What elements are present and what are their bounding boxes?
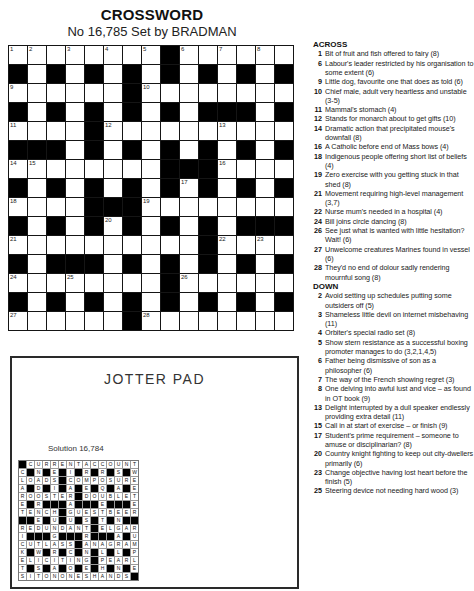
solution-letter-cell: R — [35, 501, 42, 508]
grid-cell[interactable] — [180, 312, 198, 330]
grid-cell[interactable] — [275, 198, 293, 216]
block-cell — [275, 217, 293, 235]
clue: 7The way of the French showing regret (3… — [311, 375, 474, 384]
solution-letter-cell: I — [51, 485, 58, 492]
grid-cell[interactable] — [66, 103, 84, 121]
grid-cell[interactable] — [275, 84, 293, 102]
block-cell — [66, 255, 84, 273]
grid-cell[interactable]: 28 — [142, 312, 160, 330]
block-cell — [9, 65, 27, 83]
solution-letter-cell: O — [27, 477, 34, 484]
solution-letter-cell: S — [59, 541, 66, 548]
grid-cell[interactable] — [47, 46, 65, 64]
block-cell — [9, 255, 27, 273]
grid-cell[interactable]: 26 — [180, 274, 198, 292]
grid-cell[interactable] — [256, 103, 274, 121]
grid-cell[interactable]: 10 — [142, 84, 160, 102]
grid-cell[interactable] — [66, 312, 84, 330]
grid-cell[interactable] — [199, 122, 217, 140]
solution-block-cell — [99, 533, 106, 540]
grid-cell[interactable] — [66, 141, 84, 159]
clue-text: The way of the French showing regret (3) — [325, 375, 474, 384]
grid-cell[interactable] — [28, 236, 46, 254]
block-cell — [47, 255, 65, 273]
grid-cell[interactable]: 15 — [28, 160, 46, 178]
block-cell — [275, 141, 293, 159]
grid-cell[interactable]: 17 — [180, 179, 198, 197]
grid-cell[interactable] — [104, 255, 122, 273]
grid-cell[interactable] — [180, 65, 198, 83]
solution-block-cell — [59, 565, 66, 572]
grid-cell[interactable]: 24 — [9, 274, 27, 292]
solution-letter-cell: O — [99, 477, 106, 484]
solution-block-cell — [59, 509, 66, 516]
solution-block-cell — [75, 565, 82, 572]
solution-letter-cell: A — [123, 525, 130, 532]
solution-letter-cell: N — [51, 525, 58, 532]
jotter-pad-box: JOTTER PAD Solution 16,784 CURRENTACCOUN… — [10, 356, 299, 589]
clue-number: 4 — [311, 328, 325, 337]
grid-cell[interactable] — [142, 103, 160, 121]
solution-block-cell — [19, 461, 26, 468]
solution-letter-cell: E — [83, 565, 90, 572]
block-cell — [9, 141, 27, 159]
grid-cell[interactable] — [47, 236, 65, 254]
clue-text: Zero exercise with you getting stuck in … — [325, 170, 474, 189]
clue-number: 22 — [219, 236, 226, 243]
solution-letter-cell: H — [91, 573, 98, 580]
solution-letter-cell: R — [51, 461, 58, 468]
block-cell — [161, 160, 179, 178]
grid-cell[interactable]: 2 — [28, 46, 46, 64]
grid-cell[interactable]: 14 — [9, 160, 27, 178]
grid-cell[interactable] — [142, 179, 160, 197]
clue-text: They'd no end of dolour sadly rendering … — [325, 263, 474, 282]
solution-letter-cell: U — [75, 509, 82, 516]
solution-block-cell — [27, 549, 34, 556]
grid-cell[interactable] — [47, 198, 65, 216]
solution-letter-cell: E — [83, 509, 90, 516]
grid-cell[interactable]: 20 — [104, 217, 122, 235]
solution-letter-cell: E — [131, 501, 138, 508]
solution-block-cell — [75, 493, 82, 500]
block-cell — [123, 84, 141, 102]
block-cell — [47, 65, 65, 83]
grid-cell[interactable] — [161, 236, 179, 254]
grid-cell[interactable] — [85, 46, 103, 64]
grid-cell[interactable] — [66, 65, 84, 83]
block-cell — [123, 141, 141, 159]
solution-letter-cell: T — [59, 557, 66, 564]
solution-letter-cell: O — [35, 493, 42, 500]
grid-cell[interactable] — [218, 293, 236, 311]
solution-letter-cell: A — [51, 565, 58, 572]
solution-letter-cell: R — [83, 469, 90, 476]
grid-cell[interactable] — [256, 84, 274, 102]
grid-cell[interactable] — [180, 103, 198, 121]
grid-cell[interactable]: 4 — [104, 46, 122, 64]
solution-block-cell — [59, 517, 66, 524]
solution-block-cell — [75, 541, 82, 548]
grid-cell[interactable] — [180, 84, 198, 102]
solution-letter-cell: W — [131, 469, 138, 476]
solution-letter-cell: T — [99, 517, 106, 524]
solution-letter-cell: E — [59, 461, 66, 468]
grid-cell[interactable] — [123, 160, 141, 178]
grid-cell[interactable] — [180, 293, 198, 311]
grid-cell[interactable]: 6 — [180, 46, 198, 64]
grid-cell[interactable] — [85, 312, 103, 330]
grid-cell[interactable]: 23 — [256, 236, 274, 254]
grid-cell[interactable] — [256, 160, 274, 178]
grid-cell[interactable] — [123, 122, 141, 140]
solution-letter-cell: R — [51, 549, 58, 556]
grid-cell[interactable] — [28, 84, 46, 102]
solution-letter-cell: D — [83, 493, 90, 500]
clue-text: Shameless little devil on internet misbe… — [325, 310, 474, 329]
block-cell — [237, 293, 255, 311]
grid-cell[interactable] — [104, 293, 122, 311]
grid-cell[interactable] — [28, 293, 46, 311]
grid-cell[interactable] — [66, 84, 84, 102]
grid-cell[interactable] — [104, 312, 122, 330]
grid-cell[interactable] — [218, 84, 236, 102]
grid-cell[interactable] — [256, 122, 274, 140]
block-cell — [161, 217, 179, 235]
grid-cell[interactable] — [142, 160, 160, 178]
grid-cell[interactable] — [275, 274, 293, 292]
clue: 4Orbiter's special radio set (8) — [311, 328, 474, 337]
clue: 6Father being dismissive of son as a phi… — [311, 356, 474, 375]
clue-text: Call in at start of exercise – or finish… — [325, 421, 474, 430]
block-cell — [123, 255, 141, 273]
grid-cell[interactable] — [180, 255, 198, 273]
grid-cell[interactable] — [218, 198, 236, 216]
solution-block-cell — [123, 565, 130, 572]
solution-block-cell — [107, 501, 114, 508]
grid-cell[interactable] — [142, 236, 160, 254]
grid-cell[interactable] — [256, 179, 274, 197]
grid-cell[interactable]: 25 — [66, 274, 84, 292]
grid-cell[interactable] — [47, 122, 65, 140]
grid-cell[interactable] — [180, 198, 198, 216]
grid-cell[interactable] — [66, 293, 84, 311]
solution-block-cell — [75, 485, 82, 492]
grid-cell[interactable] — [275, 160, 293, 178]
grid-cell[interactable] — [161, 198, 179, 216]
grid-cell[interactable] — [218, 274, 236, 292]
solution-block-cell — [43, 469, 50, 476]
grid-cell[interactable] — [256, 274, 274, 292]
grid-cell[interactable] — [256, 255, 274, 273]
grid-cell[interactable] — [237, 84, 255, 102]
clue-number: 19 — [143, 198, 150, 205]
grid-cell[interactable] — [237, 236, 255, 254]
grid-cell[interactable] — [28, 122, 46, 140]
grid-cell[interactable] — [218, 312, 236, 330]
grid-cell[interactable]: 21 — [9, 236, 27, 254]
solution-letter-cell: R — [115, 541, 122, 548]
grid-cell[interactable] — [161, 312, 179, 330]
clue-number: 13 — [219, 122, 226, 129]
solution-block-cell — [75, 501, 82, 508]
solution-letter-cell: U — [35, 461, 42, 468]
solution-block-cell — [43, 533, 50, 540]
solution-block-cell — [115, 501, 122, 508]
solution-letter-cell: R — [43, 461, 50, 468]
grid-cell[interactable] — [256, 312, 274, 330]
solution-letter-cell: U — [115, 477, 122, 484]
grid-cell[interactable]: 3 — [66, 46, 84, 64]
grid-cell[interactable] — [199, 198, 217, 216]
grid-cell[interactable] — [85, 84, 103, 102]
grid-cell[interactable] — [218, 141, 236, 159]
grid-cell[interactable] — [47, 84, 65, 102]
grid-cell[interactable]: 16 — [218, 160, 236, 178]
grid-cell[interactable] — [199, 46, 217, 64]
block-cell — [85, 141, 103, 159]
puzzle-number-setter: No 16,785 Set by BRADMAN — [0, 24, 304, 39]
block-cell — [237, 141, 255, 159]
clue-number: 25 — [311, 486, 325, 495]
solution-letter-cell: T — [19, 509, 26, 516]
clue-number: 11 — [10, 122, 16, 129]
grid-cell[interactable] — [104, 160, 122, 178]
solution-letter-cell: I — [19, 533, 26, 540]
grid-cell[interactable] — [28, 312, 46, 330]
grid-cell[interactable] — [180, 217, 198, 235]
solution-letter-cell: N — [107, 573, 114, 580]
grid-cell[interactable] — [180, 236, 198, 254]
grid-cell[interactable] — [142, 255, 160, 273]
block-cell — [180, 160, 198, 178]
clue-text: Orbiter's special radio set (8) — [325, 328, 474, 337]
grid-cell[interactable] — [85, 236, 103, 254]
solution-letter-cell: A — [35, 477, 42, 484]
block-cell — [161, 293, 179, 311]
clue-text: Stands for monarch about to get gifts (1… — [325, 114, 474, 123]
grid-cell[interactable] — [180, 141, 198, 159]
grid-cell[interactable] — [161, 84, 179, 102]
grid-cell[interactable]: 8 — [256, 46, 274, 64]
grid-cell[interactable] — [256, 293, 274, 311]
solution-letter-cell: O — [43, 573, 50, 580]
grid-cell[interactable] — [104, 103, 122, 121]
solution-letter-cell: L — [115, 493, 122, 500]
clue-number: 3 — [311, 310, 325, 329]
grid-cell[interactable] — [142, 217, 160, 235]
grid-cell[interactable] — [237, 160, 255, 178]
clue: 21Movement requiring high-level manageme… — [311, 189, 474, 208]
grid-cell[interactable] — [66, 217, 84, 235]
clue-text: Student's prime requirement – someone to… — [325, 431, 474, 450]
grid-cell[interactable]: 27 — [9, 312, 27, 330]
grid-cell[interactable] — [142, 65, 160, 83]
grid-cell[interactable] — [161, 122, 179, 140]
solution-letter-cell: S — [67, 541, 74, 548]
grid-cell[interactable] — [237, 274, 255, 292]
grid-cell[interactable] — [237, 46, 255, 64]
grid-cell[interactable] — [66, 160, 84, 178]
clue: 27Unwelcome creatures Marines found in v… — [311, 245, 474, 264]
grid-cell[interactable] — [28, 274, 46, 292]
clue-number: 27 — [10, 312, 17, 319]
solution-letter-cell: U — [51, 517, 58, 524]
grid-cell[interactable]: 5 — [142, 46, 160, 64]
solution-letter-cell: T — [83, 525, 90, 532]
grid-cell[interactable] — [275, 46, 293, 64]
solution-letter-cell: T — [131, 493, 138, 500]
solution-letter-cell: A — [115, 533, 122, 540]
grid-cell[interactable] — [66, 122, 84, 140]
solution-letter-cell: N — [67, 573, 74, 580]
grid-cell[interactable] — [47, 274, 65, 292]
solution-letter-cell: L — [27, 557, 34, 564]
solution-letter-cell: S — [43, 493, 50, 500]
clue-number: 4 — [105, 46, 108, 53]
clue-number: 1 — [311, 49, 325, 58]
clue-text: Change objective having lost heart befor… — [325, 468, 474, 487]
grid-cell[interactable] — [199, 274, 217, 292]
solution-letter-cell: A — [19, 485, 26, 492]
grid-cell[interactable] — [199, 84, 217, 102]
solution-letter-cell: P — [99, 557, 106, 564]
solution-letter-cell: O — [75, 477, 82, 484]
block-cell — [123, 312, 141, 330]
solution-block-cell — [91, 533, 98, 540]
block-cell — [199, 65, 217, 83]
clue-number: 12 — [105, 122, 112, 129]
clue-text: Delight interrupted by a dull speaker en… — [325, 403, 474, 422]
grid-cell[interactable] — [142, 293, 160, 311]
grid-cell[interactable] — [85, 274, 103, 292]
clue-text: See just what is wanted with little hesi… — [325, 226, 474, 245]
solution-letter-cell: S — [35, 565, 42, 572]
grid-cell[interactable]: 7 — [218, 46, 236, 64]
grid-cell[interactable]: 19 — [142, 198, 160, 216]
solution-letter-cell: S — [83, 573, 90, 580]
grid-cell[interactable]: 11 — [9, 122, 27, 140]
solution-letter-cell: T — [19, 565, 26, 572]
solution-letter-cell: T — [35, 573, 42, 580]
grid-cell[interactable] — [123, 236, 141, 254]
clue: 10Chief male, adult very heartless and u… — [311, 87, 474, 106]
grid-cell[interactable] — [28, 65, 46, 83]
grid-cell[interactable] — [123, 46, 141, 64]
solution-letter-cell: N — [51, 573, 58, 580]
grid-cell[interactable]: 9 — [9, 84, 27, 102]
grid-cell[interactable] — [104, 274, 122, 292]
grid-cell[interactable] — [104, 65, 122, 83]
grid-cell[interactable] — [123, 274, 141, 292]
block-cell — [161, 255, 179, 273]
previous-solution-grid: CURRENTACCOUNTCNEIRRSWLOADSCOMPOSUREADIA… — [18, 460, 139, 581]
clue: 20Country knight fighting to keep out ci… — [311, 449, 474, 468]
grid-cell[interactable] — [28, 198, 46, 216]
solution-block-cell — [75, 533, 82, 540]
clue-number: 26 — [311, 226, 325, 245]
solution-letter-cell: U — [43, 525, 50, 532]
grid-cell[interactable] — [237, 122, 255, 140]
grid-cell[interactable] — [104, 141, 122, 159]
solution-letter-cell: N — [35, 469, 42, 476]
grid-cell[interactable] — [104, 84, 122, 102]
solution-letter-cell: E — [51, 469, 58, 476]
grid-cell[interactable] — [104, 236, 122, 254]
clue: 1Bit of fruit and fish offered to fairy … — [311, 49, 474, 58]
grid-cell[interactable] — [66, 179, 84, 197]
solution-letter-cell: L — [115, 549, 122, 556]
grid-cell[interactable] — [47, 160, 65, 178]
grid-cell[interactable] — [66, 236, 84, 254]
solution-block-cell — [43, 517, 50, 524]
grid-cell[interactable] — [256, 141, 274, 159]
grid-cell[interactable] — [28, 103, 46, 121]
grid-cell[interactable] — [199, 312, 217, 330]
grid-cell[interactable] — [28, 217, 46, 235]
solution-letter-cell: N — [91, 541, 98, 548]
solution-letter-cell: E — [123, 493, 130, 500]
grid-cell[interactable] — [275, 236, 293, 254]
solution-letter-cell: O — [27, 493, 34, 500]
grid-cell[interactable] — [237, 198, 255, 216]
clue-number: 5 — [311, 338, 325, 357]
solution-block-cell — [27, 501, 34, 508]
block-cell — [85, 179, 103, 197]
grid-cell[interactable]: 1 — [9, 46, 27, 64]
clue-number: 24 — [10, 274, 17, 281]
solution-block-cell — [91, 525, 98, 532]
grid-cell[interactable] — [28, 255, 46, 273]
solution-block-cell — [59, 477, 66, 484]
grid-cell[interactable] — [218, 255, 236, 273]
solution-letter-cell: I — [51, 557, 58, 564]
solution-letter-cell: I — [35, 557, 42, 564]
grid-cell[interactable]: 13 — [218, 122, 236, 140]
grid-cell[interactable] — [275, 122, 293, 140]
block-cell — [123, 198, 141, 216]
grid-cell[interactable] — [256, 65, 274, 83]
grid-cell[interactable] — [142, 274, 160, 292]
grid-cell[interactable] — [218, 65, 236, 83]
grid-cell[interactable] — [47, 312, 65, 330]
solution-letter-cell: O — [59, 573, 66, 580]
grid-cell[interactable] — [104, 179, 122, 197]
grid-cell[interactable] — [218, 217, 236, 235]
clue: 9Little dog, favourite one that does as … — [311, 77, 474, 86]
grid-cell[interactable] — [180, 122, 198, 140]
clue-number: 20 — [311, 449, 325, 468]
solution-block-cell — [123, 549, 130, 556]
grid-cell[interactable]: 22 — [218, 236, 236, 254]
grid-cell[interactable] — [142, 122, 160, 140]
grid-cell[interactable] — [275, 312, 293, 330]
grid-cell[interactable] — [85, 160, 103, 178]
solution-letter-cell: N — [75, 525, 82, 532]
grid-cell[interactable]: 12 — [104, 122, 122, 140]
grid-cell[interactable]: 18 — [9, 198, 27, 216]
grid-cell[interactable] — [218, 179, 236, 197]
solution-block-cell — [43, 501, 50, 508]
clue-text: Dramatic action that precipitated mouse'… — [325, 124, 474, 143]
grid-cell[interactable] — [28, 179, 46, 197]
solution-letter-cell: O — [67, 565, 74, 572]
grid-cell[interactable] — [237, 312, 255, 330]
block-cell — [9, 103, 27, 121]
grid-cell[interactable] — [142, 141, 160, 159]
grid-cell[interactable] — [66, 198, 84, 216]
grid-cell[interactable] — [256, 198, 274, 216]
